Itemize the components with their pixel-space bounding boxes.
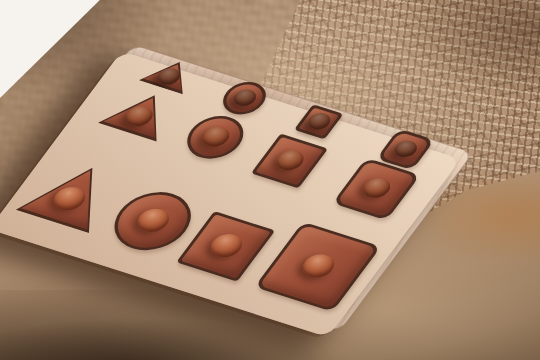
piece-medium-circle[interactable] [177,110,254,165]
photo-scene [0,0,540,360]
piece-medium-square[interactable] [251,133,328,188]
